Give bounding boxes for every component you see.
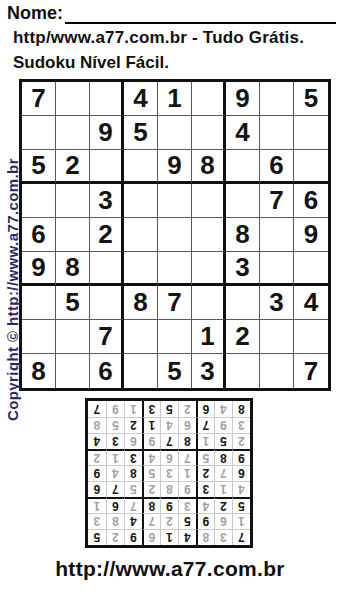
solution-cell-r6c2: 8 bbox=[214, 449, 232, 465]
solution-cell-r7c9: 4 bbox=[88, 433, 106, 449]
cell-r9c9[interactable]: 7 bbox=[294, 354, 328, 388]
cell-r3c3[interactable] bbox=[90, 150, 124, 184]
solution-cell-r1c5: 1 bbox=[160, 529, 178, 545]
cell-r8c9[interactable] bbox=[294, 320, 328, 354]
solution-cell-r8c1: 3 bbox=[232, 417, 250, 433]
cell-r4c9[interactable]: 6 bbox=[294, 184, 328, 218]
cell-r6c8[interactable] bbox=[260, 252, 294, 286]
solution-cell-r5c9: 9 bbox=[88, 465, 106, 481]
solution-cell-r5c6: 5 bbox=[142, 465, 160, 481]
solution-cell-r2c7: 4 bbox=[124, 513, 142, 529]
copyright-vertical-text: Copyright © http://www.a77.com.br bbox=[4, 158, 21, 421]
cell-r4c1[interactable] bbox=[22, 184, 56, 218]
cell-r5c3[interactable]: 2 bbox=[90, 218, 124, 252]
solution-cell-r9c7: 1 bbox=[124, 401, 142, 417]
solution-cell-r9c8: 9 bbox=[106, 401, 124, 417]
cell-r9c5[interactable]: 5 bbox=[158, 354, 192, 388]
cell-r1c3[interactable] bbox=[90, 82, 124, 116]
cell-r3c9[interactable] bbox=[294, 150, 328, 184]
cell-r7c8[interactable]: 3 bbox=[260, 286, 294, 320]
solution-cell-r6c6: 4 bbox=[142, 449, 160, 465]
solution-cell-r1c8: 2 bbox=[106, 529, 124, 545]
cell-r5c6[interactable] bbox=[192, 218, 226, 252]
cell-r9c6[interactable]: 3 bbox=[192, 354, 226, 388]
solution-cell-r6c3: 5 bbox=[196, 449, 214, 465]
solution-cell-r9c9: 7 bbox=[88, 401, 106, 417]
solution-cell-r4c4: 9 bbox=[178, 481, 196, 497]
solution-cell-r4c1: 4 bbox=[232, 481, 250, 497]
cell-r2c4[interactable]: 5 bbox=[124, 116, 158, 150]
cell-r9c7[interactable] bbox=[226, 354, 260, 388]
cell-r4c4[interactable] bbox=[124, 184, 158, 218]
solution-cell-r2c3: 9 bbox=[196, 513, 214, 529]
solution-cell-r1c1: 7 bbox=[232, 529, 250, 545]
cell-r3c5[interactable]: 9 bbox=[158, 150, 192, 184]
solution-cell-r8c7: 2 bbox=[124, 417, 142, 433]
solution-cell-r5c4: 1 bbox=[178, 465, 196, 481]
cell-r2c9[interactable] bbox=[294, 116, 328, 150]
cell-r9c2[interactable] bbox=[56, 354, 90, 388]
solution-cell-r5c2: 7 bbox=[214, 465, 232, 481]
cell-r4c7[interactable] bbox=[226, 184, 260, 218]
solution-cell-r3c6: 8 bbox=[142, 497, 160, 513]
solution-cell-r1c7: 9 bbox=[124, 529, 142, 545]
cell-r3c6[interactable]: 8 bbox=[192, 150, 226, 184]
cell-r5c5[interactable] bbox=[158, 218, 192, 252]
solution-cell-r5c5: 3 bbox=[160, 465, 178, 481]
cell-r1c8[interactable] bbox=[260, 82, 294, 116]
solution-cell-r8c3: 7 bbox=[196, 417, 214, 433]
cell-r6c5[interactable] bbox=[158, 252, 192, 286]
solution-cell-r8c5: 4 bbox=[160, 417, 178, 433]
cell-r7c6[interactable] bbox=[192, 286, 226, 320]
solution-cell-r8c9: 8 bbox=[88, 417, 106, 433]
solution-cell-r4c9: 6 bbox=[88, 481, 106, 497]
solution-cell-r2c9: 3 bbox=[88, 513, 106, 529]
cell-r6c3[interactable] bbox=[90, 252, 124, 286]
cell-r8c8[interactable] bbox=[260, 320, 294, 354]
solution-cell-r5c7: 8 bbox=[124, 465, 142, 481]
cell-r2c5[interactable] bbox=[158, 116, 192, 150]
solution-cell-r1c3: 8 bbox=[196, 529, 214, 545]
cell-r6c9[interactable] bbox=[294, 252, 328, 286]
solution-cell-r6c9: 2 bbox=[88, 449, 106, 465]
cell-r8c4[interactable] bbox=[124, 320, 158, 354]
solution-cell-r3c9: 1 bbox=[88, 497, 106, 513]
cell-r8c6[interactable]: 1 bbox=[192, 320, 226, 354]
solution-cell-r1c6: 6 bbox=[142, 529, 160, 545]
solution-cell-r7c7: 6 bbox=[124, 433, 142, 449]
cell-r6c2[interactable]: 8 bbox=[56, 252, 90, 286]
cell-r3c4[interactable] bbox=[124, 150, 158, 184]
solution-cell-r5c1: 6 bbox=[232, 465, 250, 481]
solution-cell-r1c2: 3 bbox=[214, 529, 232, 545]
cell-r7c7[interactable] bbox=[226, 286, 260, 320]
solution-cell-r2c2: 6 bbox=[214, 513, 232, 529]
cell-r8c3[interactable]: 7 bbox=[90, 320, 124, 354]
solution-cell-r8c6: 1 bbox=[142, 417, 160, 433]
cell-r2c7[interactable]: 4 bbox=[226, 116, 260, 150]
solution-cell-r8c8: 5 bbox=[106, 417, 124, 433]
solution-cell-r6c5: 6 bbox=[160, 449, 178, 465]
cell-r8c1[interactable] bbox=[22, 320, 56, 354]
cell-r4c8[interactable]: 7 bbox=[260, 184, 294, 218]
solution-cell-r6c8: 1 bbox=[106, 449, 124, 465]
solution-cell-r1c4: 4 bbox=[178, 529, 196, 545]
cell-r1c1[interactable]: 7 bbox=[22, 82, 56, 116]
solution-cell-r5c3: 2 bbox=[196, 465, 214, 481]
cell-r5c7[interactable]: 8 bbox=[226, 218, 260, 252]
cell-r3c2[interactable]: 2 bbox=[56, 150, 90, 184]
solution-cell-r6c7: 3 bbox=[124, 449, 142, 465]
cell-r1c4[interactable]: 4 bbox=[124, 82, 158, 116]
cell-r5c2[interactable] bbox=[56, 218, 90, 252]
solution-cell-r3c2: 2 bbox=[214, 497, 232, 513]
footer-url: http://www.a77.com.br bbox=[0, 557, 340, 581]
solution-board: 7384169251695274835243987614139825766721… bbox=[85, 398, 253, 548]
cell-r7c3[interactable] bbox=[90, 286, 124, 320]
solution-cell-r8c2: 9 bbox=[214, 417, 232, 433]
solution-cell-r4c2: 1 bbox=[214, 481, 232, 497]
solution-cell-r2c8: 8 bbox=[106, 513, 124, 529]
solution-cell-r3c4: 3 bbox=[178, 497, 196, 513]
solution-cell-r4c3: 3 bbox=[196, 481, 214, 497]
cell-r7c2[interactable]: 5 bbox=[56, 286, 90, 320]
cell-r2c2[interactable] bbox=[56, 116, 90, 150]
solution-cell-r9c1: 8 bbox=[232, 401, 250, 417]
cell-r1c9[interactable]: 5 bbox=[294, 82, 328, 116]
cell-r3c8[interactable]: 6 bbox=[260, 150, 294, 184]
solution-cell-r7c8: 3 bbox=[106, 433, 124, 449]
solution-cell-r8c4: 6 bbox=[178, 417, 196, 433]
solution-cell-r2c5: 2 bbox=[160, 513, 178, 529]
solution-cell-r7c3: 1 bbox=[196, 433, 214, 449]
solution-cell-r9c4: 2 bbox=[178, 401, 196, 417]
solution-cell-r4c6: 2 bbox=[142, 481, 160, 497]
cell-r2c1[interactable] bbox=[22, 116, 56, 150]
cell-r2c6[interactable] bbox=[192, 116, 226, 150]
cell-r8c5[interactable] bbox=[158, 320, 192, 354]
cell-r4c5[interactable] bbox=[158, 184, 192, 218]
solution-cell-r6c1: 9 bbox=[232, 449, 250, 465]
solution-cell-r2c6: 7 bbox=[142, 513, 160, 529]
solution-cell-r4c8: 7 bbox=[106, 481, 124, 497]
cell-r1c6[interactable] bbox=[192, 82, 226, 116]
solution-cell-r3c3: 4 bbox=[196, 497, 214, 513]
solution-cell-r9c2: 4 bbox=[214, 401, 232, 417]
solution-cell-r9c3: 6 bbox=[196, 401, 214, 417]
solution-cell-r2c1: 1 bbox=[232, 513, 250, 529]
cell-r8c2[interactable] bbox=[56, 320, 90, 354]
cell-r5c1[interactable]: 6 bbox=[22, 218, 56, 252]
cell-r8c7[interactable]: 2 bbox=[226, 320, 260, 354]
solution-cell-r7c4: 8 bbox=[178, 433, 196, 449]
cell-r4c6[interactable] bbox=[192, 184, 226, 218]
solution-cell-r3c1: 5 bbox=[232, 497, 250, 513]
solution-cell-r7c5: 7 bbox=[160, 433, 178, 449]
solution-cell-r4c7: 5 bbox=[124, 481, 142, 497]
cell-r7c4[interactable]: 8 bbox=[124, 286, 158, 320]
cell-r7c9[interactable]: 4 bbox=[294, 286, 328, 320]
cell-r5c8[interactable] bbox=[260, 218, 294, 252]
solution-cell-r3c7: 7 bbox=[124, 497, 142, 513]
cell-r4c2[interactable] bbox=[56, 184, 90, 218]
cell-r5c4[interactable] bbox=[124, 218, 158, 252]
cell-r3c7[interactable] bbox=[226, 150, 260, 184]
name-label: Nome: bbox=[7, 3, 63, 24]
cell-r2c3[interactable]: 9 bbox=[90, 116, 124, 150]
name-blank-line bbox=[65, 3, 336, 24]
site-header: http/www.a77.com.br - Tudo Grátis. bbox=[13, 28, 304, 48]
cell-r9c1[interactable]: 8 bbox=[22, 354, 56, 388]
solution-cell-r3c8: 6 bbox=[106, 497, 124, 513]
name-row: Nome: bbox=[7, 3, 336, 24]
cell-r7c1[interactable] bbox=[22, 286, 56, 320]
cell-r1c5[interactable]: 1 bbox=[158, 82, 192, 116]
cell-r3c1[interactable]: 5 bbox=[22, 150, 56, 184]
solution-cell-r6c4: 7 bbox=[178, 449, 196, 465]
cell-r9c8[interactable] bbox=[260, 354, 294, 388]
cell-r1c2[interactable] bbox=[56, 82, 90, 116]
solution-cell-r7c1: 2 bbox=[232, 433, 250, 449]
cell-r9c3[interactable]: 6 bbox=[90, 354, 124, 388]
solution-cell-r2c4: 5 bbox=[178, 513, 196, 529]
solution-cell-r4c5: 8 bbox=[160, 481, 178, 497]
cell-r1c7[interactable]: 9 bbox=[226, 82, 260, 116]
sudoku-page: Nome: http/www.a77.com.br - Tudo Grátis.… bbox=[0, 0, 340, 596]
cell-r6c4[interactable] bbox=[124, 252, 158, 286]
solution-cell-r9c6: 3 bbox=[142, 401, 160, 417]
solution-cell-r7c2: 5 bbox=[214, 433, 232, 449]
solution-cell-r3c5: 9 bbox=[160, 497, 178, 513]
cell-r6c1[interactable]: 9 bbox=[22, 252, 56, 286]
cell-r6c6[interactable] bbox=[192, 252, 226, 286]
cell-r9c4[interactable] bbox=[124, 354, 158, 388]
solution-cell-r1c9: 5 bbox=[88, 529, 106, 545]
solution-cell-r7c6: 9 bbox=[142, 433, 160, 449]
cell-r2c8[interactable] bbox=[260, 116, 294, 150]
sudoku-board: 741959545298637662899835873471286537 bbox=[19, 79, 331, 391]
cell-r6c7[interactable]: 3 bbox=[226, 252, 260, 286]
cell-r7c5[interactable]: 7 bbox=[158, 286, 192, 320]
solution-cell-r9c5: 5 bbox=[160, 401, 178, 417]
cell-r5c9[interactable]: 9 bbox=[294, 218, 328, 252]
solution-cell-r5c8: 4 bbox=[106, 465, 124, 481]
cell-r4c3[interactable]: 3 bbox=[90, 184, 124, 218]
puzzle-title: Sudoku Nível Fácil. bbox=[13, 53, 169, 73]
